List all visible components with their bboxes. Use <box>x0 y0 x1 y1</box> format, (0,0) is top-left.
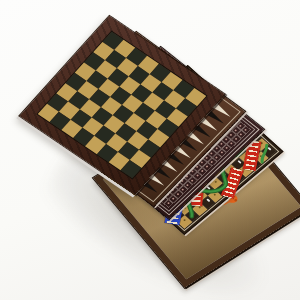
product-photo-scene <box>0 0 300 300</box>
